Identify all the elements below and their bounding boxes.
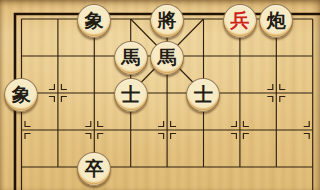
board-point-c0r1[interactable] [3, 40, 39, 77]
board-point-c8r4[interactable] [294, 151, 320, 188]
piece-red-soldier[interactable]: 兵 [223, 4, 257, 38]
piece-glyph: 炮 [267, 11, 286, 30]
board-point-c4r4[interactable] [149, 151, 185, 188]
board-point-c6r4[interactable] [222, 151, 258, 188]
board-point-c0r0[interactable] [3, 3, 39, 40]
board-point-c6r1[interactable] [222, 40, 258, 77]
board-point-c5r2[interactable]: 士 [185, 77, 221, 114]
board-point-c8r0[interactable] [294, 3, 320, 40]
piece-black-advisor[interactable]: 士 [114, 78, 148, 112]
board-point-c3r0[interactable] [112, 3, 148, 40]
board-point-c5r1[interactable] [185, 40, 221, 77]
board-point-c6r2[interactable] [222, 77, 258, 114]
board-point-c6r0[interactable]: 兵 [222, 3, 258, 40]
board-point-c5r3[interactable] [185, 114, 221, 151]
board-point-c4r3[interactable] [149, 114, 185, 151]
board-point-c2r1[interactable] [76, 40, 112, 77]
piece-black-horse[interactable]: 馬 [114, 41, 148, 75]
piece-black-general[interactable]: 將 [150, 4, 184, 38]
piece-black-cannon[interactable]: 炮 [259, 4, 293, 38]
piece-black-elephant[interactable]: 象 [77, 4, 111, 38]
board-point-c2r2[interactable] [76, 77, 112, 114]
xiangqi-board: 象將兵炮馬馬象士士卒 [0, 0, 320, 190]
board-point-c7r2[interactable] [258, 77, 294, 114]
board-point-c4r0[interactable]: 將 [149, 3, 185, 40]
xiangqi-board-points: 象將兵炮馬馬象士士卒 [3, 3, 320, 188]
piece-black-advisor[interactable]: 士 [186, 78, 220, 112]
board-point-c2r4[interactable]: 卒 [76, 151, 112, 188]
board-point-c8r2[interactable] [294, 77, 320, 114]
board-point-c1r1[interactable] [40, 40, 76, 77]
piece-black-elephant[interactable]: 象 [4, 78, 38, 112]
board-point-c8r3[interactable] [294, 114, 320, 151]
board-point-c1r3[interactable] [40, 114, 76, 151]
board-point-c7r3[interactable] [258, 114, 294, 151]
board-point-c4r2[interactable] [149, 77, 185, 114]
board-point-c3r1[interactable]: 馬 [112, 40, 148, 77]
piece-black-soldier[interactable]: 卒 [77, 152, 111, 186]
piece-glyph: 士 [121, 85, 140, 104]
piece-glyph: 馬 [121, 48, 140, 67]
board-point-c7r1[interactable] [258, 40, 294, 77]
board-point-c6r3[interactable] [222, 114, 258, 151]
board-point-c3r3[interactable] [112, 114, 148, 151]
board-point-c0r2[interactable]: 象 [3, 77, 39, 114]
piece-glyph: 象 [12, 85, 31, 104]
board-point-c4r1[interactable]: 馬 [149, 40, 185, 77]
piece-glyph: 卒 [85, 159, 104, 178]
board-point-c3r4[interactable] [112, 151, 148, 188]
board-point-c5r0[interactable] [185, 3, 221, 40]
board-point-c7r4[interactable] [258, 151, 294, 188]
piece-glyph: 兵 [230, 11, 249, 30]
board-point-c7r0[interactable]: 炮 [258, 3, 294, 40]
board-point-c0r4[interactable] [3, 151, 39, 188]
piece-glyph: 馬 [158, 48, 177, 67]
board-point-c3r2[interactable]: 士 [112, 77, 148, 114]
piece-glyph: 將 [158, 11, 177, 30]
board-point-c8r1[interactable] [294, 40, 320, 77]
board-point-c2r0[interactable]: 象 [76, 3, 112, 40]
piece-glyph: 士 [194, 85, 213, 104]
board-point-c1r2[interactable] [40, 77, 76, 114]
board-point-c5r4[interactable] [185, 151, 221, 188]
piece-black-horse[interactable]: 馬 [150, 41, 184, 75]
board-point-c0r3[interactable] [3, 114, 39, 151]
board-point-c1r4[interactable] [40, 151, 76, 188]
board-point-c2r3[interactable] [76, 114, 112, 151]
piece-glyph: 象 [85, 11, 104, 30]
board-point-c1r0[interactable] [40, 3, 76, 40]
